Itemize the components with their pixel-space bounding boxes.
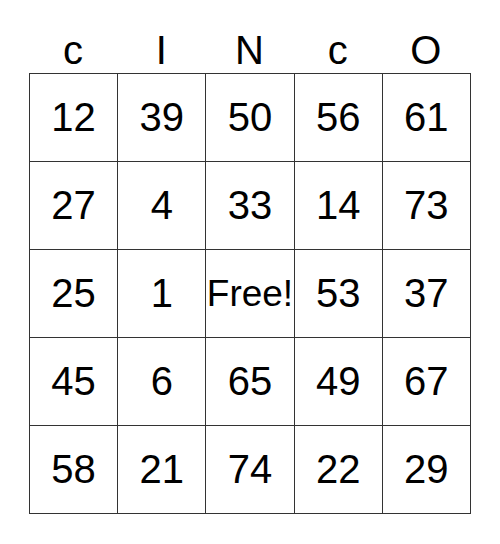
bingo-cell-r5c1[interactable]: 58 bbox=[30, 426, 118, 514]
bingo-cell-r3c5[interactable]: 37 bbox=[383, 250, 471, 338]
bingo-board: 12 39 50 56 61 27 4 33 14 73 25 1 Free! … bbox=[29, 73, 471, 514]
bingo-cell-r4c2[interactable]: 6 bbox=[118, 338, 206, 426]
bingo-card: c I N c O 12 39 50 56 61 27 4 33 14 73 2… bbox=[29, 0, 471, 514]
bingo-cell-r5c2[interactable]: 21 bbox=[118, 426, 206, 514]
bingo-cell-r2c1[interactable]: 27 bbox=[30, 162, 118, 250]
bingo-cell-r5c5[interactable]: 29 bbox=[383, 426, 471, 514]
bingo-cell-r4c3[interactable]: 65 bbox=[206, 338, 294, 426]
bingo-cell-r2c2[interactable]: 4 bbox=[118, 162, 206, 250]
bingo-cell-r1c4[interactable]: 56 bbox=[295, 74, 383, 162]
bingo-cell-r3c4[interactable]: 53 bbox=[295, 250, 383, 338]
bingo-cell-r5c4[interactable]: 22 bbox=[295, 426, 383, 514]
header-letter-2: I bbox=[117, 30, 205, 73]
bingo-cell-r4c5[interactable]: 67 bbox=[383, 338, 471, 426]
bingo-header-row: c I N c O bbox=[29, 0, 471, 73]
bingo-cell-r1c2[interactable]: 39 bbox=[118, 74, 206, 162]
bingo-cell-r4c1[interactable]: 45 bbox=[30, 338, 118, 426]
header-letter-5: O bbox=[382, 30, 470, 73]
bingo-cell-r1c3[interactable]: 50 bbox=[206, 74, 294, 162]
bingo-cell-r2c4[interactable]: 14 bbox=[295, 162, 383, 250]
bingo-cell-r1c1[interactable]: 12 bbox=[30, 74, 118, 162]
free-cell[interactable]: Free! bbox=[206, 250, 294, 338]
bingo-cell-r1c5[interactable]: 61 bbox=[383, 74, 471, 162]
bingo-cell-r5c3[interactable]: 74 bbox=[206, 426, 294, 514]
bingo-cell-r2c3[interactable]: 33 bbox=[206, 162, 294, 250]
bingo-cell-r3c1[interactable]: 25 bbox=[30, 250, 118, 338]
header-letter-4: c bbox=[294, 30, 382, 73]
bingo-cell-r3c2[interactable]: 1 bbox=[118, 250, 206, 338]
bingo-cell-r4c4[interactable]: 49 bbox=[295, 338, 383, 426]
bingo-cell-r2c5[interactable]: 73 bbox=[383, 162, 471, 250]
header-letter-3: N bbox=[205, 30, 293, 73]
header-letter-1: c bbox=[29, 30, 117, 73]
